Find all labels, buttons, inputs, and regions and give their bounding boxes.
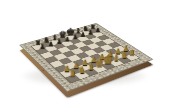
piece-black-pawn-d7: ♟ — [62, 37, 73, 44]
piece-black-rook-h8: ♜ — [88, 25, 98, 31]
piece-white-knight-g1: ♞ — [118, 52, 130, 60]
piece-black-pawn-b7: ♟ — [45, 42, 56, 49]
piece-black-queen-d8: ♛ — [57, 30, 68, 39]
piece-black-rook-a8: ♜ — [32, 40, 43, 47]
piece-white-pawn-d2: ♟ — [88, 57, 100, 64]
chess-set-photo: ♜♞♝♛♚♝♞♜♟♟♟♟♟♟♟♟♟♟♟♟♟♟♟♟♜♞♝♛♚♝♞♜ — [0, 0, 175, 105]
piece-black-pawn-h7: ♟ — [93, 28, 104, 34]
piece-black-bishop-f8: ♝ — [73, 28, 84, 35]
piece-white-pawn-h2: ♟ — [120, 46, 132, 53]
piece-black-bishop-c8: ♝ — [49, 35, 60, 43]
piece-black-knight-b8: ♞ — [41, 37, 52, 45]
piece-white-rook-a1: ♜ — [66, 71, 79, 79]
piece-black-pawn-e7: ♟ — [70, 35, 81, 42]
